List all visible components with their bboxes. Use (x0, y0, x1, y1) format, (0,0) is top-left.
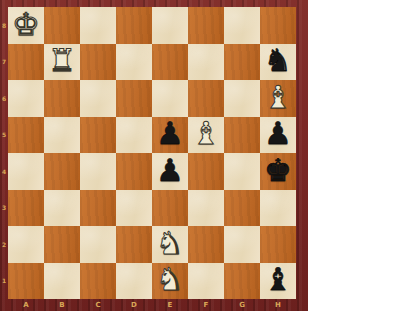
piece-black-pawn[interactable]: ♟ (156, 118, 184, 149)
square-e1[interactable]: ♞ (152, 263, 188, 300)
file-label-b: B (44, 299, 80, 311)
square-b6[interactable] (44, 80, 80, 117)
piece-black-knight[interactable]: ♞ (264, 45, 292, 76)
square-f8[interactable] (188, 7, 224, 44)
square-e4[interactable]: ♟ (152, 153, 188, 190)
square-d4[interactable] (116, 153, 152, 190)
square-g8[interactable] (224, 7, 260, 44)
file-label-a: A (8, 299, 44, 311)
square-h4[interactable]: ♚ (260, 153, 296, 190)
square-h2[interactable] (260, 226, 296, 263)
square-b3[interactable] (44, 190, 80, 227)
square-a7[interactable] (8, 44, 44, 81)
square-f5[interactable]: ♝ (188, 117, 224, 154)
rank-label-5: 5 (0, 117, 8, 154)
piece-white-knight[interactable]: ♞ (156, 264, 184, 295)
square-g1[interactable] (224, 263, 260, 300)
piece-white-bishop[interactable]: ♝ (264, 82, 292, 113)
square-a4[interactable] (8, 153, 44, 190)
piece-white-king[interactable]: ♚ (12, 9, 40, 40)
square-c4[interactable] (80, 153, 116, 190)
square-d1[interactable] (116, 263, 152, 300)
rank-labels: 87654321 (0, 7, 8, 299)
square-c5[interactable] (80, 117, 116, 154)
file-label-h: H (260, 299, 296, 311)
square-d5[interactable] (116, 117, 152, 154)
file-label-e: E (152, 299, 188, 311)
rank-label-7: 7 (0, 44, 8, 81)
square-b5[interactable] (44, 117, 80, 154)
square-c2[interactable] (80, 226, 116, 263)
file-label-c: C (80, 299, 116, 311)
square-f3[interactable] (188, 190, 224, 227)
square-a8[interactable]: ♚ (8, 7, 44, 44)
board-grid: ♚♜♞♝♟♝♟♟♚♞♞♝ (8, 7, 296, 299)
square-d2[interactable] (116, 226, 152, 263)
chess-board-frame: 87654321 ♚♜♞♝♟♝♟♟♚♞♞♝ ABCDEFGH (0, 0, 308, 311)
square-d6[interactable] (116, 80, 152, 117)
square-e3[interactable] (152, 190, 188, 227)
piece-black-bishop[interactable]: ♝ (264, 264, 292, 295)
square-e5[interactable]: ♟ (152, 117, 188, 154)
square-g4[interactable] (224, 153, 260, 190)
square-h5[interactable]: ♟ (260, 117, 296, 154)
square-h3[interactable] (260, 190, 296, 227)
rank-label-1: 1 (0, 263, 8, 300)
rank-label-2: 2 (0, 226, 8, 263)
piece-black-pawn[interactable]: ♟ (156, 155, 184, 186)
square-b1[interactable] (44, 263, 80, 300)
square-g7[interactable] (224, 44, 260, 81)
square-h6[interactable]: ♝ (260, 80, 296, 117)
square-h7[interactable]: ♞ (260, 44, 296, 81)
square-e6[interactable] (152, 80, 188, 117)
square-c6[interactable] (80, 80, 116, 117)
square-d3[interactable] (116, 190, 152, 227)
rank-label-4: 4 (0, 153, 8, 190)
piece-white-knight[interactable]: ♞ (156, 228, 184, 259)
square-f1[interactable] (188, 263, 224, 300)
square-g6[interactable] (224, 80, 260, 117)
square-d8[interactable] (116, 7, 152, 44)
square-e2[interactable]: ♞ (152, 226, 188, 263)
square-f4[interactable] (188, 153, 224, 190)
piece-white-bishop[interactable]: ♝ (192, 118, 220, 149)
square-f7[interactable] (188, 44, 224, 81)
rank-label-6: 6 (0, 80, 8, 117)
square-d7[interactable] (116, 44, 152, 81)
square-e7[interactable] (152, 44, 188, 81)
square-f6[interactable] (188, 80, 224, 117)
piece-white-rook[interactable]: ♜ (48, 45, 76, 76)
piece-black-pawn[interactable]: ♟ (264, 118, 292, 149)
square-g2[interactable] (224, 226, 260, 263)
page: 87654321 ♚♜♞♝♟♝♟♟♚♞♞♝ ABCDEFGH (0, 0, 414, 311)
file-labels: ABCDEFGH (8, 299, 296, 311)
square-a2[interactable] (8, 226, 44, 263)
square-h1[interactable]: ♝ (260, 263, 296, 300)
square-g3[interactable] (224, 190, 260, 227)
square-a3[interactable] (8, 190, 44, 227)
rank-label-3: 3 (0, 190, 8, 227)
piece-black-king[interactable]: ♚ (264, 155, 292, 186)
square-b4[interactable] (44, 153, 80, 190)
square-h8[interactable] (260, 7, 296, 44)
square-b7[interactable]: ♜ (44, 44, 80, 81)
square-a6[interactable] (8, 80, 44, 117)
square-c8[interactable] (80, 7, 116, 44)
file-label-d: D (116, 299, 152, 311)
square-a1[interactable] (8, 263, 44, 300)
rank-label-8: 8 (0, 7, 8, 44)
square-g5[interactable] (224, 117, 260, 154)
square-e8[interactable] (152, 7, 188, 44)
square-c7[interactable] (80, 44, 116, 81)
square-c1[interactable] (80, 263, 116, 300)
file-label-g: G (224, 299, 260, 311)
file-label-f: F (188, 299, 224, 311)
square-f2[interactable] (188, 226, 224, 263)
square-b2[interactable] (44, 226, 80, 263)
square-c3[interactable] (80, 190, 116, 227)
square-a5[interactable] (8, 117, 44, 154)
square-b8[interactable] (44, 7, 80, 44)
